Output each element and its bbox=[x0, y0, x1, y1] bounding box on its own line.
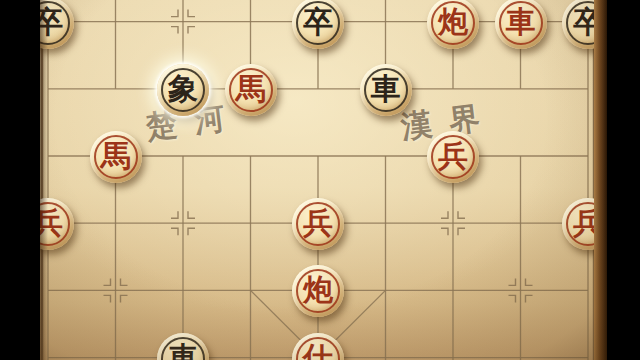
piece-glyph: 象 bbox=[168, 74, 198, 104]
piece-glyph: 兵 bbox=[303, 208, 333, 238]
piece-glyph: 車 bbox=[371, 74, 401, 104]
board-right-wood-edge bbox=[594, 0, 607, 360]
piece-glyph: 仕 bbox=[303, 343, 333, 360]
piece-red-cannon[interactable]: 炮 bbox=[292, 265, 344, 317]
piece-red-cannon[interactable]: 炮 bbox=[427, 0, 479, 49]
piece-glyph: 車 bbox=[168, 343, 198, 360]
piece-black-chariot[interactable]: 車 bbox=[157, 333, 209, 360]
piece-glyph: 卒 bbox=[303, 7, 333, 37]
piece-black-chariot[interactable]: 車 bbox=[360, 64, 412, 116]
piece-glyph: 炮 bbox=[303, 275, 333, 305]
xiangqi-board[interactable]: 楚河 漢界 卒卒炮車卒象馬車馬兵兵兵兵炮車仕 bbox=[40, 0, 607, 360]
piece-red-soldier[interactable]: 兵 bbox=[427, 131, 479, 183]
letterbox-left bbox=[0, 0, 40, 360]
piece-red-advisor[interactable]: 仕 bbox=[292, 333, 344, 360]
piece-red-soldier[interactable]: 兵 bbox=[292, 198, 344, 250]
piece-glyph: 兵 bbox=[438, 141, 468, 171]
game-frame: 楚河 漢界 卒卒炮車卒象馬車馬兵兵兵兵炮車仕 bbox=[0, 0, 640, 360]
piece-red-chariot[interactable]: 車 bbox=[495, 0, 547, 49]
letterbox-right bbox=[607, 0, 640, 360]
piece-black-soldier[interactable]: 卒 bbox=[292, 0, 344, 49]
piece-glyph: 炮 bbox=[438, 7, 468, 37]
board-left-edge-shadow bbox=[40, 0, 48, 360]
piece-black-elephant[interactable]: 象 bbox=[157, 64, 209, 116]
pieces-layer: 卒卒炮車卒象馬車馬兵兵兵兵炮車仕 bbox=[40, 0, 607, 360]
piece-red-horse[interactable]: 馬 bbox=[90, 131, 142, 183]
piece-glyph: 車 bbox=[506, 7, 536, 37]
piece-glyph: 馬 bbox=[236, 74, 266, 104]
piece-glyph: 馬 bbox=[101, 141, 131, 171]
piece-red-horse[interactable]: 馬 bbox=[225, 64, 277, 116]
